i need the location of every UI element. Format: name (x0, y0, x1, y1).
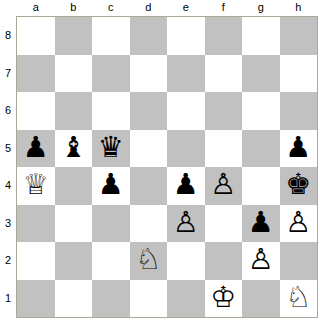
file-label-d: d (130, 0, 168, 16)
square-f8[interactable] (205, 17, 243, 55)
chess-board: ♟♝♛♟♕♟♟♙♚♙♟♙♘♙♔♘ (16, 16, 318, 318)
file-label-h: h (280, 0, 318, 16)
square-e3[interactable]: ♙ (167, 205, 205, 243)
piece-white-knight-h1[interactable]: ♘ (285, 283, 311, 312)
square-h1[interactable]: ♘ (280, 280, 318, 318)
rank-label-2: 2 (0, 242, 16, 280)
chess-diagram: abcdefgh 87654321 ♟♝♛♟♕♟♟♙♚♙♟♙♘♙♔♘ (0, 0, 320, 320)
piece-black-pawn-g3[interactable]: ♟ (248, 208, 274, 237)
square-a5[interactable]: ♟ (17, 130, 55, 168)
square-b8[interactable] (55, 17, 93, 55)
square-h2[interactable] (280, 242, 318, 280)
square-d2[interactable]: ♘ (130, 242, 168, 280)
rank-label-1: 1 (0, 280, 16, 318)
square-b5[interactable]: ♝ (55, 130, 93, 168)
file-label-g: g (242, 0, 280, 16)
square-e8[interactable] (167, 17, 205, 55)
square-b6[interactable] (55, 92, 93, 130)
square-e5[interactable] (167, 130, 205, 168)
square-e7[interactable] (167, 55, 205, 93)
square-f7[interactable] (205, 55, 243, 93)
square-f6[interactable] (205, 92, 243, 130)
square-e4[interactable]: ♟ (167, 167, 205, 205)
square-d4[interactable] (130, 167, 168, 205)
rank-label-3: 3 (0, 205, 16, 243)
piece-white-pawn-g2[interactable]: ♙ (248, 245, 274, 274)
file-labels: abcdefgh (17, 0, 317, 16)
square-a6[interactable] (17, 92, 55, 130)
square-a7[interactable] (17, 55, 55, 93)
square-a2[interactable] (17, 242, 55, 280)
square-e1[interactable] (167, 280, 205, 318)
square-f5[interactable] (205, 130, 243, 168)
square-g3[interactable]: ♟ (242, 205, 280, 243)
square-c6[interactable] (92, 92, 130, 130)
square-h3[interactable]: ♙ (280, 205, 318, 243)
square-c4[interactable]: ♟ (92, 167, 130, 205)
piece-white-pawn-h3[interactable]: ♙ (285, 208, 311, 237)
square-e6[interactable] (167, 92, 205, 130)
piece-white-pawn-e3[interactable]: ♙ (173, 208, 199, 237)
file-label-b: b (55, 0, 93, 16)
square-h6[interactable] (280, 92, 318, 130)
piece-black-pawn-a5[interactable]: ♟ (23, 133, 49, 162)
square-f2[interactable] (205, 242, 243, 280)
square-c7[interactable] (92, 55, 130, 93)
square-a1[interactable] (17, 280, 55, 318)
rank-label-4: 4 (0, 167, 16, 205)
square-b7[interactable] (55, 55, 93, 93)
square-d1[interactable] (130, 280, 168, 318)
square-f3[interactable] (205, 205, 243, 243)
piece-black-queen-c5[interactable]: ♛ (98, 133, 124, 162)
piece-black-pawn-e4[interactable]: ♟ (173, 170, 199, 199)
square-c1[interactable] (92, 280, 130, 318)
piece-black-pawn-h5[interactable]: ♟ (285, 133, 311, 162)
square-b1[interactable] (55, 280, 93, 318)
square-d7[interactable] (130, 55, 168, 93)
square-d5[interactable] (130, 130, 168, 168)
file-label-e: e (167, 0, 205, 16)
rank-label-8: 8 (0, 17, 16, 55)
square-b4[interactable] (55, 167, 93, 205)
file-label-a: a (17, 0, 55, 16)
square-h4[interactable]: ♚ (280, 167, 318, 205)
rank-labels: 87654321 (0, 17, 16, 317)
rank-label-5: 5 (0, 130, 16, 168)
square-d8[interactable] (130, 17, 168, 55)
square-d6[interactable] (130, 92, 168, 130)
square-g5[interactable] (242, 130, 280, 168)
piece-white-king-f1[interactable]: ♔ (210, 283, 236, 312)
square-f1[interactable]: ♔ (205, 280, 243, 318)
square-g2[interactable]: ♙ (242, 242, 280, 280)
file-label-f: f (205, 0, 243, 16)
square-c3[interactable] (92, 205, 130, 243)
square-d3[interactable] (130, 205, 168, 243)
piece-black-bishop-b5[interactable]: ♝ (60, 133, 86, 162)
square-c2[interactable] (92, 242, 130, 280)
square-b3[interactable] (55, 205, 93, 243)
square-g4[interactable] (242, 167, 280, 205)
square-h5[interactable]: ♟ (280, 130, 318, 168)
square-h8[interactable] (280, 17, 318, 55)
piece-white-knight-d2[interactable]: ♘ (135, 245, 161, 274)
square-a4[interactable]: ♕ (17, 167, 55, 205)
square-g8[interactable] (242, 17, 280, 55)
square-f4[interactable]: ♙ (205, 167, 243, 205)
square-h7[interactable] (280, 55, 318, 93)
square-g1[interactable] (242, 280, 280, 318)
square-e2[interactable] (167, 242, 205, 280)
square-b2[interactable] (55, 242, 93, 280)
file-label-c: c (92, 0, 130, 16)
square-g6[interactable] (242, 92, 280, 130)
rank-label-7: 7 (0, 55, 16, 93)
square-a3[interactable] (17, 205, 55, 243)
piece-white-queen-a4[interactable]: ♕ (23, 170, 49, 199)
square-g7[interactable] (242, 55, 280, 93)
piece-black-king-h4[interactable]: ♚ (285, 170, 311, 199)
piece-black-pawn-c4[interactable]: ♟ (98, 170, 124, 199)
piece-white-pawn-f4[interactable]: ♙ (210, 170, 236, 199)
square-a8[interactable] (17, 17, 55, 55)
rank-label-6: 6 (0, 92, 16, 130)
square-c5[interactable]: ♛ (92, 130, 130, 168)
square-c8[interactable] (92, 17, 130, 55)
